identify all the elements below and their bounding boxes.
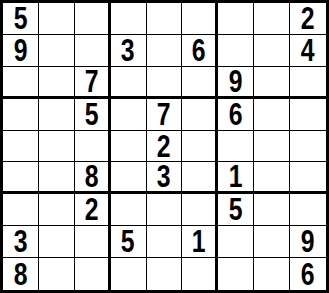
cell-r2c2[interactable]	[39, 35, 75, 67]
cell-r2c8[interactable]	[254, 35, 290, 67]
cell-r8c4[interactable]: 5	[111, 226, 147, 258]
cell-r1c4[interactable]	[111, 3, 147, 35]
cell-r8c8[interactable]	[254, 226, 290, 258]
cell-r4c5[interactable]: 7	[147, 99, 183, 131]
cell-r2c7[interactable]	[218, 35, 254, 67]
cell-r7c4[interactable]	[111, 194, 147, 226]
cell-r1c9[interactable]: 2	[290, 3, 326, 35]
cell-r8c9[interactable]: 9	[290, 226, 326, 258]
cell-r6c3[interactable]: 8	[75, 162, 111, 194]
cell-r7c2[interactable]	[39, 194, 75, 226]
cell-r7c5[interactable]	[147, 194, 183, 226]
cell-r4c8[interactable]	[254, 99, 290, 131]
cell-r5c2[interactable]	[39, 131, 75, 163]
given-digit: 8	[14, 259, 28, 290]
cell-r6c1[interactable]	[3, 162, 39, 194]
given-digit: 7	[157, 99, 171, 130]
given-digit: 2	[157, 131, 171, 162]
cell-r1c5[interactable]	[147, 3, 183, 35]
cell-r9c3[interactable]	[75, 258, 111, 290]
given-digit: 1	[229, 162, 243, 192]
cell-r9c4[interactable]	[111, 258, 147, 290]
cell-r4c7[interactable]: 6	[218, 99, 254, 131]
cell-r3c9[interactable]	[290, 67, 326, 99]
cell-r6c7[interactable]: 1	[218, 162, 254, 194]
given-digit: 5	[121, 226, 135, 257]
given-digit: 9	[301, 226, 315, 257]
cell-r7c3[interactable]: 2	[75, 194, 111, 226]
cell-r1c6[interactable]	[182, 3, 218, 35]
cell-r3c3[interactable]: 7	[75, 67, 111, 99]
cell-r1c3[interactable]	[75, 3, 111, 35]
cell-r4c1[interactable]	[3, 99, 39, 131]
given-digit: 9	[14, 35, 28, 66]
cell-r7c8[interactable]	[254, 194, 290, 226]
cell-r9c7[interactable]	[218, 258, 254, 290]
cell-r9c9[interactable]: 6	[290, 258, 326, 290]
given-digit: 6	[192, 35, 206, 66]
cell-r4c2[interactable]	[39, 99, 75, 131]
cell-r1c8[interactable]	[254, 3, 290, 35]
cell-r1c7[interactable]	[218, 3, 254, 35]
cell-r8c6[interactable]: 1	[182, 226, 218, 258]
cell-r3c8[interactable]	[254, 67, 290, 99]
given-digit: 1	[192, 226, 206, 257]
cell-r9c1[interactable]: 8	[3, 258, 39, 290]
cell-r5c3[interactable]	[75, 131, 111, 163]
cell-r6c2[interactable]	[39, 162, 75, 194]
cell-r4c9[interactable]	[290, 99, 326, 131]
cell-r8c3[interactable]	[75, 226, 111, 258]
cell-r8c2[interactable]	[39, 226, 75, 258]
cell-r3c1[interactable]	[3, 67, 39, 99]
cell-r6c6[interactable]	[182, 162, 218, 194]
cell-r5c4[interactable]	[111, 131, 147, 163]
cell-r9c2[interactable]	[39, 258, 75, 290]
given-digit: 2	[301, 3, 315, 34]
cell-r2c4[interactable]: 3	[111, 35, 147, 67]
given-digit: 4	[301, 35, 315, 66]
given-digit: 9	[229, 67, 243, 97]
given-digit: 5	[84, 99, 98, 130]
cell-r8c5[interactable]	[147, 226, 183, 258]
cell-r7c6[interactable]	[182, 194, 218, 226]
cell-r3c2[interactable]	[39, 67, 75, 99]
cell-r5c7[interactable]	[218, 131, 254, 163]
cell-r5c9[interactable]	[290, 131, 326, 163]
cell-r5c1[interactable]	[3, 131, 39, 163]
given-digit: 8	[84, 162, 98, 192]
cell-r9c8[interactable]	[254, 258, 290, 290]
given-digit: 6	[229, 99, 243, 130]
given-digit: 3	[14, 226, 28, 257]
cell-r5c6[interactable]	[182, 131, 218, 163]
sudoku-board: 52936479576283125351986	[0, 0, 329, 293]
cell-r3c7[interactable]: 9	[218, 67, 254, 99]
cell-r2c1[interactable]: 9	[3, 35, 39, 67]
cell-r2c3[interactable]	[75, 35, 111, 67]
cell-r5c8[interactable]	[254, 131, 290, 163]
cell-r3c5[interactable]	[147, 67, 183, 99]
given-digit: 5	[229, 194, 243, 225]
cell-r1c1[interactable]: 5	[3, 3, 39, 35]
given-digit: 5	[14, 3, 28, 34]
cell-r3c6[interactable]	[182, 67, 218, 99]
cell-r2c6[interactable]: 6	[182, 35, 218, 67]
cell-r2c5[interactable]	[147, 35, 183, 67]
cell-r4c4[interactable]	[111, 99, 147, 131]
cell-r6c4[interactable]	[111, 162, 147, 194]
cell-r2c9[interactable]: 4	[290, 35, 326, 67]
cell-r7c7[interactable]: 5	[218, 194, 254, 226]
cell-r7c1[interactable]	[3, 194, 39, 226]
cell-r6c5[interactable]: 3	[147, 162, 183, 194]
cell-r9c6[interactable]	[182, 258, 218, 290]
cell-r4c3[interactable]: 5	[75, 99, 111, 131]
given-digit: 2	[84, 194, 98, 225]
cell-r1c2[interactable]	[39, 3, 75, 35]
cell-r6c9[interactable]	[290, 162, 326, 194]
given-digit: 3	[157, 162, 171, 192]
cell-r6c8[interactable]	[254, 162, 290, 194]
cell-r9c5[interactable]	[147, 258, 183, 290]
given-digit: 7	[84, 67, 98, 97]
cell-r7c9[interactable]	[290, 194, 326, 226]
cell-r5c5[interactable]: 2	[147, 131, 183, 163]
cell-r3c4[interactable]	[111, 67, 147, 99]
cell-r4c6[interactable]	[182, 99, 218, 131]
cell-r8c7[interactable]	[218, 226, 254, 258]
cell-r8c1[interactable]: 3	[3, 226, 39, 258]
given-digit: 6	[301, 259, 315, 290]
given-digit: 3	[121, 35, 135, 66]
